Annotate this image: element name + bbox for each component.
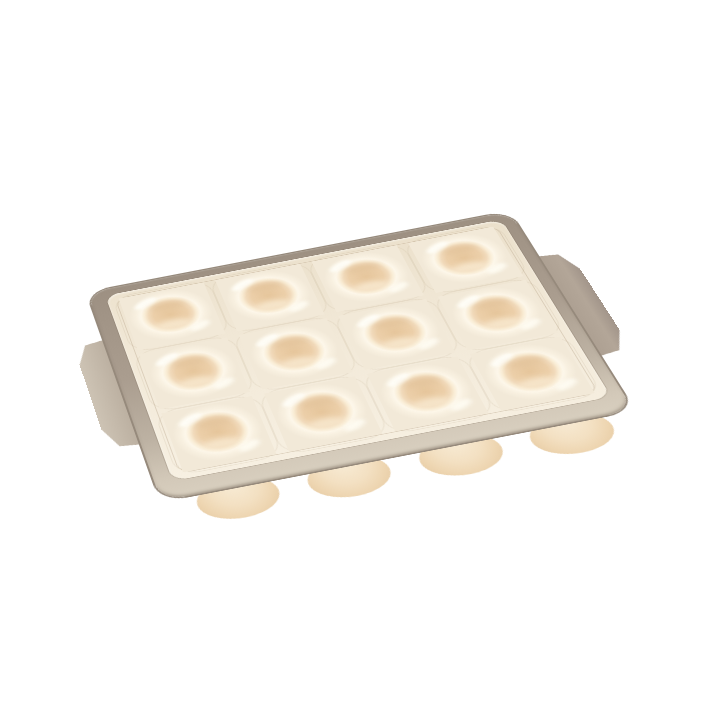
cup-sheen: [380, 335, 420, 351]
cup-sheen: [482, 315, 523, 330]
cup-sheen: [352, 279, 391, 294]
cup-sheen: [155, 317, 193, 332]
cup-sheen: [279, 354, 319, 370]
cup-sheen: [516, 374, 558, 390]
cup-hole-shadow: [146, 298, 187, 313]
cup-hole-shadow: [438, 242, 480, 257]
cup-sheen: [201, 435, 242, 452]
cup-hole-shadow: [295, 394, 339, 411]
cup-hole-shadow: [244, 279, 285, 294]
cup-sheen: [450, 260, 489, 275]
cup-sheen: [253, 298, 291, 313]
muffin-cup: [470, 337, 595, 411]
cup-sheen: [306, 415, 347, 431]
cup-hole-shadow: [168, 354, 210, 370]
cup-hole-shadow: [503, 354, 548, 371]
muffin-cup: [161, 396, 276, 472]
cup-hole-shadow: [369, 315, 412, 331]
cup-hole-shadow: [191, 414, 235, 431]
cup-hole-shadow: [399, 374, 444, 391]
cup-hole-shadow: [268, 335, 311, 351]
cup-hole-shadow: [341, 260, 383, 275]
product-photo-scene: [0, 0, 720, 720]
cup-sheen: [177, 374, 216, 390]
muffin-cup: [264, 376, 383, 452]
cup-sheen: [411, 395, 453, 411]
muffin-pan: [87, 211, 634, 501]
cup-hole-shadow: [469, 296, 513, 312]
pan-frame: [87, 211, 634, 501]
